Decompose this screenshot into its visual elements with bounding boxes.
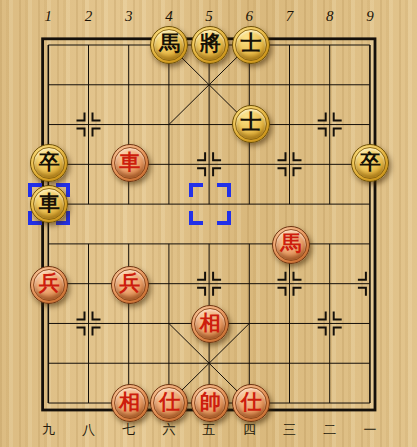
file-label-bottom-6: 四 bbox=[229, 419, 269, 441]
file-label-bottom-2: 八 bbox=[68, 419, 108, 441]
piece-black-soldier[interactable]: 卒 bbox=[30, 144, 68, 182]
file-label-top-8: 8 bbox=[310, 5, 350, 27]
piece-black-general[interactable]: 將 bbox=[191, 26, 229, 64]
piece-glyph: 相 bbox=[200, 313, 221, 334]
board-points[interactable]: 馬將士士卒車卒車馬兵兵相相仕帥仕 bbox=[28, 25, 390, 423]
piece-glyph: 將 bbox=[200, 33, 221, 54]
piece-glyph: 帥 bbox=[200, 392, 221, 413]
piece-black-advisor[interactable]: 士 bbox=[232, 105, 270, 143]
file-label-bottom-1: 九 bbox=[28, 419, 68, 441]
piece-red-chariot[interactable]: 車 bbox=[111, 144, 149, 182]
piece-glyph: 車 bbox=[119, 152, 140, 173]
file-label-bottom-7: 三 bbox=[269, 419, 309, 441]
piece-red-elephant[interactable]: 相 bbox=[111, 384, 149, 422]
piece-black-advisor[interactable]: 士 bbox=[232, 26, 270, 64]
file-label-bottom-9: 一 bbox=[350, 419, 390, 441]
file-label-bottom-8: 二 bbox=[310, 419, 350, 441]
piece-red-soldier[interactable]: 兵 bbox=[111, 266, 149, 304]
piece-glyph: 士 bbox=[241, 33, 262, 54]
piece-black-horse[interactable]: 馬 bbox=[150, 26, 188, 64]
piece-black-soldier[interactable]: 卒 bbox=[351, 144, 389, 182]
file-label-top-3: 3 bbox=[109, 5, 149, 27]
piece-glyph: 相 bbox=[119, 392, 140, 413]
piece-glyph: 士 bbox=[241, 112, 262, 133]
piece-glyph: 馬 bbox=[159, 33, 180, 54]
file-label-top-4: 4 bbox=[149, 5, 189, 27]
piece-red-horse[interactable]: 馬 bbox=[272, 226, 310, 264]
xiangqi-board: 123456789 馬將士士卒車卒車馬兵兵相相仕帥仕 九八七六五四三二一 bbox=[0, 0, 417, 447]
piece-glyph: 車 bbox=[39, 193, 60, 214]
piece-red-soldier[interactable]: 兵 bbox=[30, 266, 68, 304]
piece-black-chariot[interactable]: 車 bbox=[30, 185, 68, 223]
file-label-top-1: 1 bbox=[28, 5, 68, 27]
piece-red-advisor[interactable]: 仕 bbox=[232, 384, 270, 422]
piece-red-advisor[interactable]: 仕 bbox=[150, 384, 188, 422]
file-label-top-2: 2 bbox=[68, 5, 108, 27]
file-label-bottom-5: 五 bbox=[189, 419, 229, 441]
file-label-top-5: 5 bbox=[189, 5, 229, 27]
file-label-top-9: 9 bbox=[350, 5, 390, 27]
piece-red-general[interactable]: 帥 bbox=[191, 384, 229, 422]
piece-glyph: 馬 bbox=[280, 233, 301, 254]
piece-glyph: 兵 bbox=[119, 273, 140, 294]
piece-glyph: 兵 bbox=[39, 273, 60, 294]
file-label-top-7: 7 bbox=[269, 5, 309, 27]
piece-red-elephant[interactable]: 相 bbox=[191, 305, 229, 343]
piece-glyph: 卒 bbox=[360, 152, 381, 173]
file-label-bottom-4: 六 bbox=[149, 419, 189, 441]
file-label-bottom-3: 七 bbox=[109, 419, 149, 441]
piece-glyph: 卒 bbox=[39, 152, 60, 173]
file-labels-top: 123456789 bbox=[28, 5, 390, 27]
piece-glyph: 仕 bbox=[241, 392, 262, 413]
piece-glyph: 仕 bbox=[159, 392, 180, 413]
file-label-top-6: 6 bbox=[229, 5, 269, 27]
file-labels-bottom: 九八七六五四三二一 bbox=[28, 419, 390, 441]
last-move-origin-marker bbox=[189, 183, 231, 225]
